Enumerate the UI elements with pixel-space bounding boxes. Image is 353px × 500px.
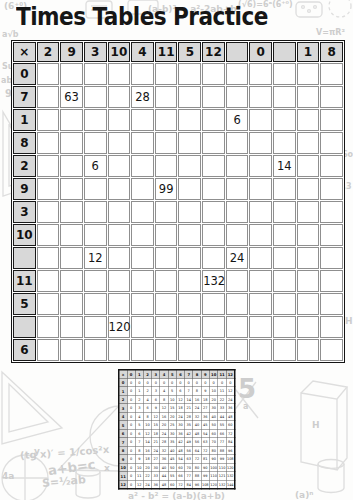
product-cell[interactable] — [131, 178, 154, 200]
math-doodle-text: a — [243, 402, 248, 411]
row-header: 3 — [119, 404, 127, 413]
answer-cell: 99 — [218, 455, 226, 464]
answer-cell: 6 — [176, 387, 184, 396]
answer-cell: 60 — [209, 429, 217, 438]
product-cell[interactable] — [202, 339, 225, 361]
answer-key-grid: ×012345678910111200000000000000101234567… — [118, 369, 236, 490]
column-header: 7 — [185, 370, 193, 379]
product-cell[interactable] — [297, 178, 320, 200]
product-cell[interactable] — [155, 63, 178, 85]
product-cell[interactable] — [131, 109, 154, 131]
product-cell[interactable] — [178, 178, 201, 200]
product-cell[interactable] — [108, 109, 131, 131]
product-cell[interactable] — [155, 270, 178, 292]
cylinder-doodle — [318, 460, 344, 469]
answer-cell: 11 — [218, 387, 226, 396]
product-cell[interactable] — [131, 132, 154, 154]
product-cell[interactable] — [249, 63, 272, 85]
column-header: 12 — [202, 42, 225, 62]
answer-cell: 12 — [152, 412, 160, 421]
answer-cell: 72 — [201, 446, 209, 455]
product-cell[interactable] — [202, 109, 225, 131]
answer-cell: 8 — [143, 412, 151, 421]
product-cell[interactable] — [226, 339, 249, 361]
answer-cell: 27 — [152, 455, 160, 464]
column-header[interactable] — [273, 42, 296, 62]
column-header: 11 — [218, 370, 226, 379]
answer-cell: 36 — [152, 480, 160, 489]
product-cell[interactable] — [108, 201, 131, 223]
answer-cell: 0 — [127, 446, 135, 455]
answer-cell: 40 — [193, 421, 201, 430]
product-cell[interactable] — [37, 247, 60, 269]
answer-cell: 0 — [193, 378, 201, 387]
product-cell[interactable] — [37, 224, 60, 246]
answer-cell: 24 — [176, 412, 184, 421]
product-cell[interactable] — [131, 270, 154, 292]
product-cell[interactable] — [273, 339, 296, 361]
product-cell[interactable] — [108, 247, 131, 269]
answer-cell: 42 — [176, 438, 184, 447]
column-header: 0 — [249, 42, 272, 62]
row-header: 0 — [13, 63, 36, 85]
row-header: 5 — [13, 293, 36, 315]
product-cell[interactable] — [297, 86, 320, 108]
answer-cell: 0 — [176, 378, 184, 387]
product-cell[interactable] — [131, 247, 154, 269]
product-cell[interactable] — [84, 178, 107, 200]
product-cell[interactable] — [297, 316, 320, 338]
product-cell[interactable] — [60, 109, 83, 131]
column-header: 10 — [209, 370, 217, 379]
row-header: 0 — [119, 378, 127, 387]
answer-cell: 14 — [143, 438, 151, 447]
row-header: 2 — [119, 395, 127, 404]
column-header: 4 — [160, 370, 168, 379]
product-cell[interactable] — [84, 270, 107, 292]
product-cell[interactable] — [226, 63, 249, 85]
product-cell: 14 — [273, 155, 296, 177]
product-cell[interactable] — [108, 293, 131, 315]
row-header[interactable] — [13, 247, 36, 269]
product-cell[interactable] — [178, 270, 201, 292]
product-cell[interactable] — [273, 316, 296, 338]
product-cell[interactable] — [37, 178, 60, 200]
product-cell[interactable] — [37, 316, 60, 338]
product-cell[interactable] — [202, 247, 225, 269]
answer-cell: 33 — [152, 472, 160, 481]
answer-cell: 16 — [143, 446, 151, 455]
answer-cell: 12 — [226, 387, 235, 396]
answer-cell: 0 — [143, 378, 151, 387]
answer-cell: 0 — [152, 378, 160, 387]
product-cell[interactable] — [226, 155, 249, 177]
product-cell[interactable] — [320, 86, 343, 108]
product-cell: 120 — [108, 316, 131, 338]
answer-cell: 36 — [176, 429, 184, 438]
product-cell[interactable] — [60, 224, 83, 246]
answer-key-table: ×012345678910111200000000000000101234567… — [118, 369, 236, 490]
column-header: 4 — [131, 42, 154, 62]
product-cell[interactable] — [249, 224, 272, 246]
math-doodle-text: a² - b² = (a-b)(a+b) — [128, 491, 225, 500]
product-cell[interactable] — [37, 293, 60, 315]
product-cell[interactable] — [155, 224, 178, 246]
column-header[interactable] — [226, 42, 249, 62]
product-cell[interactable] — [273, 224, 296, 246]
answer-cell: 0 — [127, 455, 135, 464]
answer-cell: 84 — [185, 480, 193, 489]
product-cell[interactable] — [226, 316, 249, 338]
product-cell[interactable] — [320, 178, 343, 200]
product-cell[interactable] — [249, 270, 272, 292]
product-cell[interactable] — [60, 201, 83, 223]
product-cell[interactable] — [202, 155, 225, 177]
column-header: 3 — [152, 370, 160, 379]
row-header: 5 — [119, 421, 127, 430]
product-cell[interactable] — [273, 63, 296, 85]
answer-cell: 30 — [168, 429, 176, 438]
answer-cell: 48 — [226, 412, 235, 421]
math-doodle-text: 5 — [238, 374, 256, 404]
answer-cell: 88 — [218, 446, 226, 455]
answer-cell: 12 — [160, 404, 168, 413]
answer-cell: 7 — [185, 387, 193, 396]
product-cell[interactable] — [155, 109, 178, 131]
product-cell[interactable] — [131, 63, 154, 85]
column-header: 5 — [168, 370, 176, 379]
answer-cell: 55 — [218, 421, 226, 430]
product-cell[interactable] — [226, 201, 249, 223]
product-cell[interactable] — [84, 316, 107, 338]
column-header: 2 — [37, 42, 60, 62]
answer-cell: 32 — [193, 412, 201, 421]
answer-cell: 24 — [193, 404, 201, 413]
product-cell[interactable] — [202, 293, 225, 315]
math-doodle-text: (a)ⁿ — [295, 490, 313, 500]
product-cell[interactable] — [131, 224, 154, 246]
column-header: 0 — [127, 370, 135, 379]
corner-multiply-cell: × — [13, 42, 36, 62]
answer-cell: 81 — [201, 455, 209, 464]
product-cell[interactable] — [108, 224, 131, 246]
product-cell[interactable] — [60, 132, 83, 154]
answer-cell: 45 — [201, 421, 209, 430]
product-cell[interactable] — [37, 86, 60, 108]
product-cell: 99 — [155, 178, 178, 200]
product-cell[interactable] — [226, 132, 249, 154]
product-cell[interactable] — [178, 293, 201, 315]
column-header: 2 — [143, 370, 151, 379]
product-cell[interactable] — [178, 201, 201, 223]
answer-cell: 0 — [127, 438, 135, 447]
answer-cell: 120 — [226, 463, 235, 472]
product-cell[interactable] — [249, 178, 272, 200]
answer-cell: 84 — [226, 438, 235, 447]
answer-cell: 36 — [201, 412, 209, 421]
product-cell[interactable] — [249, 316, 272, 338]
product-cell[interactable] — [84, 109, 107, 131]
product-cell[interactable] — [84, 132, 107, 154]
product-cell[interactable] — [108, 132, 131, 154]
row-header[interactable] — [13, 316, 36, 338]
row-header: 4 — [119, 412, 127, 421]
worksheet-page: (6⁺⁰)(a-b)² = a²-2ab+b²(√6)=6ᵃ(6⁺⁰)V=πR²… — [0, 0, 353, 500]
product-cell: 24 — [226, 247, 249, 269]
answer-cell: 36 — [160, 455, 168, 464]
product-cell[interactable] — [155, 293, 178, 315]
dashed-circle-doodle — [329, 0, 351, 17]
answer-cell: 96 — [193, 480, 201, 489]
answer-cell: 21 — [185, 404, 193, 413]
product-cell[interactable] — [226, 270, 249, 292]
answer-cell: 3 — [152, 387, 160, 396]
answer-cell: 8 — [135, 446, 143, 455]
answer-cell: 2 — [135, 395, 143, 404]
product-cell[interactable] — [249, 201, 272, 223]
answer-cell: 20 — [209, 395, 217, 404]
product-cell[interactable] — [108, 63, 131, 85]
answer-cell: 21 — [152, 438, 160, 447]
answer-cell: 40 — [160, 463, 168, 472]
answer-cell: 0 — [127, 429, 135, 438]
answer-cell: 90 — [201, 463, 209, 472]
product-cell[interactable] — [155, 86, 178, 108]
product-cell[interactable] — [226, 86, 249, 108]
product-cell[interactable] — [155, 155, 178, 177]
product-cell[interactable] — [297, 155, 320, 177]
product-cell[interactable] — [202, 316, 225, 338]
column-header: 9 — [60, 42, 83, 62]
answer-cell: 28 — [185, 412, 193, 421]
product-cell[interactable] — [178, 155, 201, 177]
product-cell[interactable] — [108, 339, 131, 361]
product-cell[interactable] — [84, 224, 107, 246]
product-cell[interactable] — [202, 178, 225, 200]
answer-cell: 0 — [226, 378, 235, 387]
product-cell[interactable] — [37, 339, 60, 361]
answer-cell: 8 — [193, 387, 201, 396]
row-header: 2 — [13, 155, 36, 177]
answer-cell: 44 — [218, 412, 226, 421]
answer-cell: 0 — [127, 463, 135, 472]
math-doodle-text: a√b — [2, 30, 18, 39]
product-cell[interactable] — [37, 155, 60, 177]
product-cell[interactable] — [84, 201, 107, 223]
product-cell[interactable] — [178, 132, 201, 154]
product-cell[interactable] — [320, 224, 343, 246]
answer-cell: 32 — [160, 446, 168, 455]
product-cell[interactable] — [37, 109, 60, 131]
row-header: 9 — [119, 455, 127, 464]
answer-cell: 0 — [127, 387, 135, 396]
product-cell[interactable] — [84, 339, 107, 361]
product-cell[interactable] — [202, 201, 225, 223]
product-cell[interactable] — [37, 63, 60, 85]
product-cell[interactable] — [108, 178, 131, 200]
answer-cell: 63 — [185, 455, 193, 464]
column-header: 6 — [176, 370, 184, 379]
product-cell[interactable] — [226, 293, 249, 315]
answer-cell: 60 — [226, 421, 235, 430]
product-cell[interactable] — [320, 201, 343, 223]
row-header: 7 — [119, 438, 127, 447]
answer-cell: 0 — [160, 378, 168, 387]
product-cell[interactable] — [297, 201, 320, 223]
answer-cell: 64 — [193, 446, 201, 455]
product-cell[interactable] — [131, 339, 154, 361]
answer-cell: 0 — [127, 472, 135, 481]
product-cell[interactable] — [202, 132, 225, 154]
answer-cell: 35 — [168, 438, 176, 447]
product-cell[interactable] — [320, 155, 343, 177]
product-cell[interactable] — [320, 247, 343, 269]
product-cell[interactable] — [249, 109, 272, 131]
product-cell[interactable] — [273, 270, 296, 292]
answer-cell: 90 — [209, 455, 217, 464]
product-cell[interactable] — [249, 132, 272, 154]
row-header: 8 — [13, 132, 36, 154]
set-square-doodle — [2, 372, 62, 444]
column-header: 9 — [201, 370, 209, 379]
product-cell[interactable] — [60, 178, 83, 200]
answer-cell: 0 — [127, 395, 135, 404]
product-cell[interactable] — [202, 224, 225, 246]
answer-cell: 9 — [201, 387, 209, 396]
product-cell[interactable] — [131, 293, 154, 315]
product-cell[interactable] — [320, 339, 343, 361]
product-cell[interactable] — [297, 224, 320, 246]
row-header: 1 — [13, 109, 36, 131]
row-header: 6 — [119, 429, 127, 438]
product-cell[interactable] — [320, 109, 343, 131]
product-cell[interactable] — [108, 270, 131, 292]
answer-cell: 48 — [193, 429, 201, 438]
product-cell[interactable] — [320, 293, 343, 315]
product-cell[interactable] — [273, 109, 296, 131]
answer-cell: 12 — [143, 429, 151, 438]
column-header: 8 — [193, 370, 201, 379]
product-cell[interactable] — [155, 316, 178, 338]
answer-cell: 0 — [127, 421, 135, 430]
product-cell[interactable] — [178, 339, 201, 361]
product-cell[interactable] — [226, 178, 249, 200]
product-cell[interactable] — [84, 86, 107, 108]
answer-cell: 28 — [160, 438, 168, 447]
answer-cell: 25 — [168, 421, 176, 430]
answer-cell: 54 — [176, 455, 184, 464]
product-cell[interactable] — [249, 247, 272, 269]
product-cell[interactable] — [273, 247, 296, 269]
product-cell[interactable] — [60, 63, 83, 85]
product-cell[interactable] — [60, 339, 83, 361]
product-cell[interactable] — [202, 63, 225, 85]
product-cell[interactable] — [178, 63, 201, 85]
product-cell[interactable] — [202, 86, 225, 108]
product-cell[interactable] — [60, 270, 83, 292]
product-cell[interactable] — [226, 224, 249, 246]
product-cell[interactable] — [297, 247, 320, 269]
answer-cell: 36 — [226, 404, 235, 413]
product-cell[interactable] — [273, 293, 296, 315]
product-cell[interactable] — [273, 201, 296, 223]
answer-cell: 72 — [176, 480, 184, 489]
product-cell[interactable] — [297, 132, 320, 154]
product-cell[interactable] — [155, 201, 178, 223]
product-cell[interactable] — [249, 86, 272, 108]
answer-cell: 20 — [160, 421, 168, 430]
answer-cell: 54 — [201, 429, 209, 438]
product-cell[interactable] — [131, 201, 154, 223]
row-header: 1 — [119, 387, 127, 396]
product-cell[interactable] — [297, 109, 320, 131]
product-cell[interactable] — [178, 224, 201, 246]
product-cell[interactable] — [37, 201, 60, 223]
product-cell[interactable] — [273, 178, 296, 200]
product-cell[interactable] — [249, 155, 272, 177]
product-cell[interactable] — [297, 339, 320, 361]
product-cell[interactable] — [320, 132, 343, 154]
product-cell[interactable] — [37, 132, 60, 154]
product-cell[interactable] — [60, 247, 83, 269]
row-header: 12 — [119, 480, 127, 489]
product-cell[interactable] — [178, 86, 201, 108]
answer-cell: 0 — [209, 378, 217, 387]
product-cell[interactable] — [297, 63, 320, 85]
row-header: 8 — [119, 446, 127, 455]
product-cell[interactable] — [155, 339, 178, 361]
product-cell[interactable] — [297, 270, 320, 292]
product-cell[interactable] — [60, 316, 83, 338]
product-cell[interactable] — [131, 316, 154, 338]
product-cell[interactable] — [320, 63, 343, 85]
answer-cell: 132 — [226, 472, 235, 481]
product-cell[interactable] — [273, 86, 296, 108]
row-header: 10 — [119, 463, 127, 472]
product-cell[interactable] — [178, 247, 201, 269]
product-cell[interactable] — [60, 155, 83, 177]
answer-cell: 20 — [143, 463, 151, 472]
column-header: 1 — [297, 42, 320, 62]
product-cell[interactable] — [108, 155, 131, 177]
product-cell[interactable] — [320, 316, 343, 338]
answer-cell: 24 — [160, 429, 168, 438]
product-cell[interactable] — [297, 293, 320, 315]
product-cell[interactable] — [178, 316, 201, 338]
product-cell[interactable] — [178, 109, 201, 131]
product-cell[interactable] — [155, 247, 178, 269]
product-cell[interactable] — [249, 339, 272, 361]
product-cell[interactable] — [155, 132, 178, 154]
row-header: 3 — [13, 201, 36, 223]
product-cell[interactable] — [320, 270, 343, 292]
product-cell[interactable] — [84, 63, 107, 85]
product-cell[interactable] — [60, 293, 83, 315]
answer-cell: 66 — [218, 429, 226, 438]
answer-cell: 88 — [193, 472, 201, 481]
product-cell[interactable] — [249, 293, 272, 315]
product-cell[interactable] — [273, 132, 296, 154]
product-cell[interactable] — [84, 293, 107, 315]
answer-cell: 55 — [168, 472, 176, 481]
answer-cell: 80 — [193, 463, 201, 472]
answer-cell: 0 — [127, 480, 135, 489]
answer-cell: 0 — [218, 378, 226, 387]
product-cell[interactable] — [37, 270, 60, 292]
product-cell[interactable] — [108, 86, 131, 108]
product-cell[interactable] — [131, 155, 154, 177]
answer-cell: 33 — [218, 404, 226, 413]
